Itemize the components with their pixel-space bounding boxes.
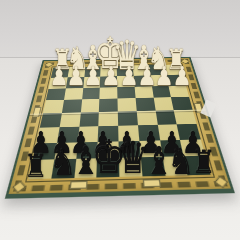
square-e5 [99, 112, 119, 127]
square-g7 [54, 142, 77, 160]
square-a7 [180, 139, 205, 156]
square-d1 [117, 66, 134, 76]
square-d5 [118, 111, 138, 126]
square-e2 [100, 76, 117, 87]
playing-area [28, 64, 210, 179]
square-c6 [138, 125, 160, 141]
square-f1 [84, 66, 101, 76]
square-h5 [40, 113, 62, 128]
square-a5 [174, 110, 197, 124]
square-h7 [33, 142, 57, 160]
background-wall [0, 0, 240, 58]
square-c3 [134, 86, 153, 98]
square-g2 [66, 77, 84, 88]
square-c5 [136, 111, 157, 125]
square-h6 [36, 127, 59, 143]
square-c2 [133, 75, 151, 86]
square-h4 [43, 100, 64, 113]
square-f6 [77, 126, 98, 142]
square-f4 [80, 99, 99, 112]
square-d7 [119, 140, 141, 158]
square-h1 [51, 67, 69, 77]
square-e7 [97, 141, 119, 159]
square-a1 [164, 64, 183, 74]
square-c8 [141, 157, 165, 176]
square-e1 [100, 66, 116, 76]
square-d8 [119, 157, 142, 176]
square-h3 [46, 88, 66, 100]
square-d2 [117, 76, 134, 87]
square-d6 [118, 125, 139, 141]
square-e4 [99, 99, 118, 112]
square-a3 [169, 85, 189, 97]
square-a2 [166, 74, 185, 85]
square-g8 [51, 159, 76, 179]
square-d3 [117, 86, 135, 98]
border-cartouche [69, 180, 87, 188]
photo-scene: ♜♞♝♚♛♝♞♜♟♟♟♟♟♟♟♟♟♟♟♟♟♟♟♟♜♞♝♚♛♝♞♜ [0, 0, 240, 240]
square-g4 [62, 100, 82, 113]
square-e3 [100, 87, 118, 99]
square-h8 [28, 160, 54, 180]
square-g5 [59, 112, 80, 127]
square-e6 [98, 126, 119, 142]
square-f3 [82, 87, 100, 99]
square-c4 [135, 98, 155, 111]
square-f8 [74, 159, 98, 178]
square-h2 [49, 77, 68, 88]
square-e8 [97, 158, 120, 177]
square-f5 [79, 112, 99, 127]
square-d4 [117, 98, 136, 111]
square-g3 [64, 88, 83, 100]
square-g6 [57, 127, 79, 143]
square-g1 [67, 67, 84, 77]
square-f2 [83, 76, 101, 87]
square-a6 [177, 124, 201, 140]
square-f7 [76, 141, 98, 159]
square-a4 [171, 97, 192, 110]
border-cartouche [143, 179, 161, 187]
square-c7 [139, 140, 162, 158]
square-c1 [133, 65, 150, 75]
